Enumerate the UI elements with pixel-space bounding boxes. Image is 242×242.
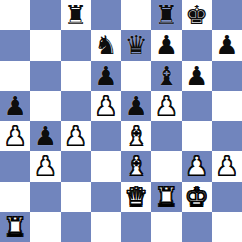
square-f3[interactable] [151, 151, 181, 181]
black-queen[interactable]: ♛ [124, 30, 147, 60]
square-d5[interactable]: ♟ [91, 91, 121, 121]
white-queen[interactable]: ♛ [124, 182, 147, 212]
square-e3[interactable]: ♝ [121, 151, 151, 181]
white-pawn[interactable]: ♟ [94, 91, 117, 121]
square-e8[interactable] [121, 0, 151, 30]
square-a8[interactable] [0, 0, 30, 30]
white-bishop[interactable]: ♝ [124, 151, 147, 181]
black-pawn[interactable]: ♟ [94, 61, 117, 91]
black-rook[interactable]: ♜ [64, 0, 87, 30]
square-c1[interactable] [61, 212, 91, 242]
white-pawn[interactable]: ♟ [185, 151, 208, 181]
black-bishop[interactable]: ♝ [155, 61, 178, 91]
square-c6[interactable] [61, 61, 91, 91]
square-a4[interactable]: ♟ [0, 121, 30, 151]
square-g4[interactable] [182, 121, 212, 151]
square-d1[interactable] [91, 212, 121, 242]
square-a2[interactable] [0, 182, 30, 212]
square-a6[interactable] [0, 61, 30, 91]
white-pawn[interactable]: ♟ [155, 91, 178, 121]
square-f8[interactable]: ♜ [151, 0, 181, 30]
square-g8[interactable]: ♚ [182, 0, 212, 30]
square-b8[interactable] [30, 0, 60, 30]
square-g3[interactable]: ♟ [182, 151, 212, 181]
square-e5[interactable]: ♟ [121, 91, 151, 121]
square-h1[interactable] [212, 212, 242, 242]
white-rook[interactable]: ♜ [155, 182, 178, 212]
black-rook[interactable]: ♜ [155, 0, 178, 30]
black-king[interactable]: ♚ [185, 0, 208, 30]
square-d2[interactable] [91, 182, 121, 212]
square-h4[interactable] [212, 121, 242, 151]
black-pawn[interactable]: ♟ [3, 91, 26, 121]
square-c3[interactable] [61, 151, 91, 181]
square-c5[interactable] [61, 91, 91, 121]
square-h6[interactable] [212, 61, 242, 91]
square-a5[interactable]: ♟ [0, 91, 30, 121]
black-knight[interactable]: ♞ [94, 30, 117, 60]
square-f7[interactable]: ♟ [151, 30, 181, 60]
square-f1[interactable] [151, 212, 181, 242]
square-e4[interactable]: ♝ [121, 121, 151, 151]
black-pawn[interactable]: ♟ [215, 30, 238, 60]
black-pawn[interactable]: ♟ [124, 91, 147, 121]
black-pawn[interactable]: ♟ [185, 61, 208, 91]
square-g1[interactable] [182, 212, 212, 242]
white-pawn[interactable]: ♟ [215, 151, 238, 181]
black-pawn[interactable]: ♟ [34, 121, 57, 151]
square-f5[interactable]: ♟ [151, 91, 181, 121]
square-b7[interactable] [30, 30, 60, 60]
square-c4[interactable]: ♟ [61, 121, 91, 151]
square-d8[interactable] [91, 0, 121, 30]
white-pawn[interactable]: ♟ [34, 151, 57, 181]
white-rook[interactable]: ♜ [3, 212, 26, 242]
square-d6[interactable]: ♟ [91, 61, 121, 91]
square-g6[interactable]: ♟ [182, 61, 212, 91]
square-h7[interactable]: ♟ [212, 30, 242, 60]
square-c8[interactable]: ♜ [61, 0, 91, 30]
square-e6[interactable] [121, 61, 151, 91]
square-e2[interactable]: ♛ [121, 182, 151, 212]
square-b2[interactable] [30, 182, 60, 212]
square-d7[interactable]: ♞ [91, 30, 121, 60]
square-b5[interactable] [30, 91, 60, 121]
square-e7[interactable]: ♛ [121, 30, 151, 60]
square-a7[interactable] [0, 30, 30, 60]
square-b4[interactable]: ♟ [30, 121, 60, 151]
white-bishop[interactable]: ♝ [124, 121, 147, 151]
square-h2[interactable] [212, 182, 242, 212]
square-b6[interactable] [30, 61, 60, 91]
white-pawn[interactable]: ♟ [64, 121, 87, 151]
square-a1[interactable]: ♜ [0, 212, 30, 242]
white-king[interactable]: ♚ [185, 182, 208, 212]
square-g2[interactable]: ♚ [182, 182, 212, 212]
square-d4[interactable] [91, 121, 121, 151]
white-pawn[interactable]: ♟ [3, 121, 26, 151]
square-b1[interactable] [30, 212, 60, 242]
square-h3[interactable]: ♟ [212, 151, 242, 181]
square-h8[interactable] [212, 0, 242, 30]
square-h5[interactable] [212, 91, 242, 121]
square-a3[interactable] [0, 151, 30, 181]
square-c2[interactable] [61, 182, 91, 212]
square-f4[interactable] [151, 121, 181, 151]
chess-board: ♜♜♚♞♛♟♟♟♝♟♟♟♟♟♟♟♟♝♟♝♟♟♛♜♚♜ [0, 0, 242, 242]
square-f6[interactable]: ♝ [151, 61, 181, 91]
square-c7[interactable] [61, 30, 91, 60]
square-g5[interactable] [182, 91, 212, 121]
square-e1[interactable] [121, 212, 151, 242]
square-d3[interactable] [91, 151, 121, 181]
square-b3[interactable]: ♟ [30, 151, 60, 181]
square-g7[interactable] [182, 30, 212, 60]
black-pawn[interactable]: ♟ [155, 30, 178, 60]
square-f2[interactable]: ♜ [151, 182, 181, 212]
